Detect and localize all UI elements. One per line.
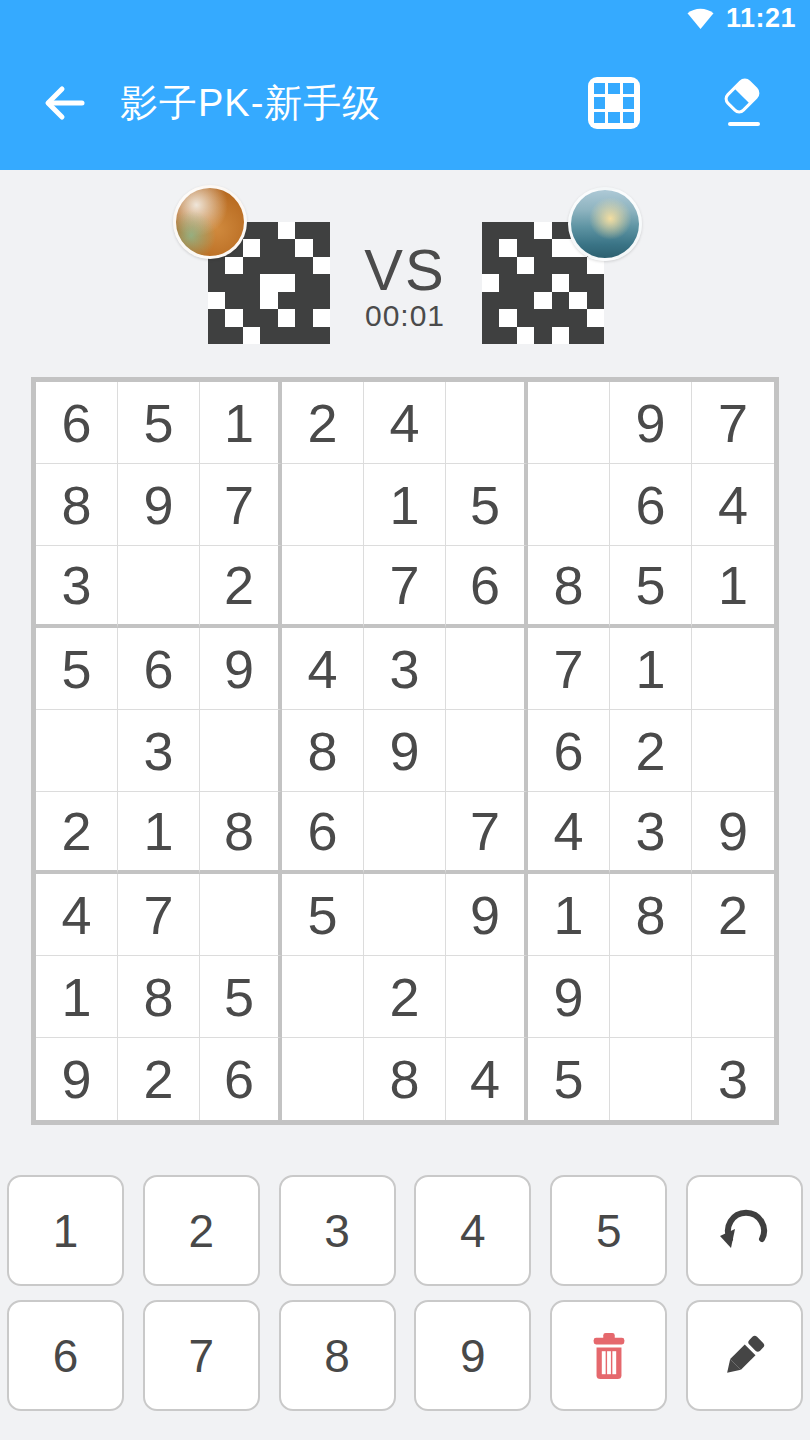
grid-cell [623,97,634,108]
sudoku-cell-r3c8[interactable]: 5 [610,546,692,628]
numpad-2-button[interactable]: 2 [143,1175,260,1286]
censored-pixel [499,222,516,239]
censored-pixel [517,239,534,256]
sudoku-cell-r4c3[interactable]: 9 [200,628,282,710]
undo-button[interactable] [686,1175,803,1286]
censored-pixel [243,239,260,256]
sudoku-cell-r7c9[interactable]: 2 [692,874,774,956]
censored-pixel [587,327,604,344]
censored-pixel [260,309,277,326]
sudoku-cell-r7c6[interactable]: 9 [446,874,528,956]
back-arrow-icon[interactable] [42,85,86,121]
censored-pixel [552,274,569,291]
grid-cell-filled [608,97,619,108]
censored-pixel [534,257,551,274]
censored-pixel [243,327,260,344]
sudoku-cell-r7c2[interactable]: 7 [118,874,200,956]
censored-pixel [295,239,312,256]
censored-pixel [243,257,260,274]
sudoku-cell-r5c4[interactable]: 8 [282,710,364,792]
sudoku-cell-r8c3[interactable]: 5 [200,956,282,1038]
censored-pixel [225,327,242,344]
censored-pixel [295,292,312,309]
sudoku-cell-r1c9[interactable]: 7 [692,382,774,464]
sudoku-cell-r6c7[interactable]: 4 [528,792,610,874]
sudoku-cell-r7c1[interactable]: 4 [36,874,118,956]
numpad-9-button[interactable]: 9 [414,1300,531,1411]
undo-arrow-icon [717,1207,771,1255]
censored-pixel [313,257,330,274]
censored-pixel [569,257,586,274]
grid-cell [608,83,619,94]
sudoku-cell-r2c7[interactable] [528,464,610,546]
vs-label: VS [364,241,445,299]
right-player-avatar[interactable] [568,187,642,261]
sudoku-cell-r3c3[interactable]: 2 [200,546,282,628]
censored-pixel [295,327,312,344]
sudoku-cell-r8c9[interactable] [692,956,774,1038]
censored-pixel [295,257,312,274]
censored-pixel [482,327,499,344]
sudoku-cell-r5c9[interactable] [692,710,774,792]
sudoku-cell-r4c7[interactable]: 7 [528,628,610,710]
censored-pixel [295,222,312,239]
numpad-5-button[interactable]: 5 [550,1175,667,1286]
censored-pixel [260,239,277,256]
sudoku-cell-r7c4[interactable]: 5 [282,874,364,956]
censored-pixel [569,327,586,344]
sudoku-cell-r4c5[interactable]: 3 [364,628,446,710]
sudoku-cell-r4c4[interactable]: 4 [282,628,364,710]
sudoku-cell-r6c2[interactable]: 1 [118,792,200,874]
censored-pixel [225,274,242,291]
numpad-row-1: 12345 [7,1175,803,1286]
censored-pixel [517,257,534,274]
censored-pixel [499,239,516,256]
sudoku-cell-r2c1[interactable]: 8 [36,464,118,546]
censored-pixel [208,292,225,309]
sudoku-cell-r9c3[interactable]: 6 [200,1038,282,1120]
sudoku-cell-r9c9[interactable]: 3 [692,1038,774,1120]
censored-pixel [499,292,516,309]
censored-pixel [295,309,312,326]
sudoku-cell-r9c4[interactable] [282,1038,364,1120]
numpad-8-button[interactable]: 8 [279,1300,396,1411]
grid-cell [594,112,605,123]
sudoku-cell-r7c7[interactable]: 1 [528,874,610,956]
censored-pixel [225,309,242,326]
sudoku-cell-r9c8[interactable] [610,1038,692,1120]
sudoku-cell-r6c9[interactable]: 9 [692,792,774,874]
grid-cell [594,83,605,94]
pencil-notes-button[interactable] [686,1300,803,1411]
censored-pixel [552,222,569,239]
censored-pixel [569,309,586,326]
sudoku-cell-r4c6[interactable] [446,628,528,710]
sudoku-cell-r9c2[interactable]: 2 [118,1038,200,1120]
sudoku-cell-r7c8[interactable]: 8 [610,874,692,956]
censored-pixel [517,292,534,309]
censored-pixel [482,309,499,326]
sudoku-cell-r4c9[interactable] [692,628,774,710]
sudoku-cell-r8c5[interactable]: 2 [364,956,446,1038]
censored-pixel [499,257,516,274]
censored-pixel [587,274,604,291]
censored-pixel [552,327,569,344]
censored-pixel [278,274,295,291]
sudoku-cell-r1c1[interactable]: 6 [36,382,118,464]
grid-cell [608,112,619,123]
sudoku-cell-r3c1[interactable]: 3 [36,546,118,628]
censored-pixel [534,274,551,291]
grid-view-button[interactable] [588,77,640,129]
censored-pixel [587,292,604,309]
sudoku-cell-r9c5[interactable]: 8 [364,1038,446,1120]
sudoku-cell-r2c3[interactable]: 7 [200,464,282,546]
censored-pixel [313,309,330,326]
censored-pixel [208,257,225,274]
sudoku-cell-r8c4[interactable] [282,956,364,1038]
censored-pixel [260,274,277,291]
sudoku-cell-r5c2[interactable]: 3 [118,710,200,792]
status-bar: 11:21 [0,0,810,36]
sudoku-cell-r5c6[interactable] [446,710,528,792]
censored-pixel [482,257,499,274]
numpad-7-button[interactable]: 7 [143,1300,260,1411]
censored-pixel [499,274,516,291]
censored-pixel [534,239,551,256]
numpad-1-button[interactable]: 1 [7,1175,124,1286]
censored-pixel [278,327,295,344]
sudoku-cell-r5c1[interactable] [36,710,118,792]
censored-pixel [260,292,277,309]
censored-pixel [534,292,551,309]
censored-pixel [499,309,516,326]
sudoku-board: 6512497897156432768515694371389622186743… [31,377,779,1125]
sudoku-cell-r7c5[interactable] [364,874,446,956]
censored-pixel [278,292,295,309]
sudoku-cell-r3c2[interactable] [118,546,200,628]
sudoku-cell-r8c8[interactable] [610,956,692,1038]
app-bar: 影子PK-新手级 [0,36,810,170]
censored-pixel [243,274,260,291]
censored-pixel [517,222,534,239]
censored-pixel [569,274,586,291]
number-pad: 12345 6789 [0,1175,810,1411]
page-title: 影子PK-新手级 [120,78,381,129]
pencil-icon [718,1330,770,1382]
clock-time: 11:21 [726,3,796,34]
sudoku-cell-r1c3[interactable]: 1 [200,382,282,464]
censored-pixel [482,222,499,239]
censored-pixel [243,309,260,326]
censored-pixel [313,239,330,256]
censored-pixel [587,309,604,326]
sudoku-cell-r1c2[interactable]: 5 [118,382,200,464]
sudoku-cell-r8c7[interactable]: 9 [528,956,610,1038]
censored-pixel [260,257,277,274]
sudoku-cell-r9c6[interactable]: 4 [446,1038,528,1120]
sudoku-cell-r3c7[interactable]: 8 [528,546,610,628]
censored-pixel [499,327,516,344]
sudoku-cell-r9c1[interactable]: 9 [36,1038,118,1120]
censored-pixel [552,239,569,256]
sudoku-cell-r3c4[interactable] [282,546,364,628]
wifi-icon [687,8,714,29]
censored-pixel [482,239,499,256]
censored-pixel [208,309,225,326]
versus-section: VS 00:01 [0,185,810,345]
censored-pixel [225,292,242,309]
sudoku-cell-r6c4[interactable]: 6 [282,792,364,874]
sudoku-cell-r4c2[interactable]: 6 [118,628,200,710]
match-timer: 00:01 [364,299,445,334]
grid-cell [594,97,605,108]
censored-pixel [552,292,569,309]
sudoku-cell-r2c6[interactable]: 5 [446,464,528,546]
sudoku-pk-screen: 11:21 影子PK-新手级 [0,0,810,1440]
censored-pixel [278,257,295,274]
numpad-row-2: 6789 [7,1300,803,1411]
numpad-4-button[interactable]: 4 [414,1175,531,1286]
sudoku-cell-r8c1[interactable]: 1 [36,956,118,1038]
delete-button[interactable] [550,1300,667,1411]
censored-pixel [260,222,277,239]
vs-block: VS 00:01 [364,241,445,334]
censored-pixel [313,222,330,239]
sudoku-cell-r4c1[interactable]: 5 [36,628,118,710]
censored-pixel [552,309,569,326]
eraser-button[interactable] [716,77,768,129]
censored-pixel [534,309,551,326]
sudoku-cell-r3c5[interactable]: 7 [364,546,446,628]
censored-pixel [552,257,569,274]
sudoku-cell-r2c9[interactable]: 4 [692,464,774,546]
sudoku-cell-r6c8[interactable]: 3 [610,792,692,874]
sudoku-cell-r3c9[interactable]: 1 [692,546,774,628]
censored-pixel [278,309,295,326]
censored-pixel [278,222,295,239]
censored-pixel [569,292,586,309]
sudoku-cell-r2c8[interactable]: 6 [610,464,692,546]
sudoku-cell-r5c7[interactable]: 6 [528,710,610,792]
censored-pixel [313,327,330,344]
censored-pixel [243,292,260,309]
sudoku-cell-r7c3[interactable] [200,874,282,956]
sudoku-cell-r2c5[interactable]: 1 [364,464,446,546]
sudoku-cell-r8c2[interactable]: 8 [118,956,200,1038]
censored-pixel [313,292,330,309]
censored-pixel [208,274,225,291]
censored-pixel [534,222,551,239]
trash-icon [586,1330,632,1382]
sudoku-cell-r9c7[interactable]: 5 [528,1038,610,1120]
sudoku-cell-r1c6[interactable] [446,382,528,464]
sudoku-cell-r8c6[interactable] [446,956,528,1038]
top-bar: 11:21 影子PK-新手级 [0,0,810,170]
numpad-3-button[interactable]: 3 [279,1175,396,1286]
sudoku-cell-r6c1[interactable]: 2 [36,792,118,874]
sudoku-cell-r5c5[interactable]: 9 [364,710,446,792]
sudoku-cell-r5c3[interactable] [200,710,282,792]
sudoku-cell-r1c4[interactable]: 2 [282,382,364,464]
grid-cell [623,83,634,94]
sudoku-cell-r6c5[interactable] [364,792,446,874]
censored-pixel [208,327,225,344]
sudoku-cell-r1c7[interactable] [528,382,610,464]
censored-pixel [517,327,534,344]
censored-pixel [313,274,330,291]
grid-cell [623,112,634,123]
sudoku-cell-r5c8[interactable]: 2 [610,710,692,792]
sudoku-cell-r1c5[interactable]: 4 [364,382,446,464]
sudoku-cell-r6c3[interactable]: 8 [200,792,282,874]
censored-pixel [278,239,295,256]
censored-pixel [482,274,499,291]
sudoku-cell-r4c8[interactable]: 1 [610,628,692,710]
sudoku-cell-r3c6[interactable]: 6 [446,546,528,628]
left-player-avatar[interactable] [173,185,247,259]
censored-pixel [517,309,534,326]
numpad-6-button[interactable]: 6 [7,1300,124,1411]
censored-pixel [482,292,499,309]
censored-pixel [534,327,551,344]
censored-pixel [225,257,242,274]
sudoku-cell-r2c2[interactable]: 9 [118,464,200,546]
sudoku-cell-r2c4[interactable] [282,464,364,546]
censored-pixel [295,274,312,291]
sudoku-cell-r6c6[interactable]: 7 [446,792,528,874]
censored-pixel [260,327,277,344]
censored-pixel [517,274,534,291]
sudoku-cell-r1c8[interactable]: 9 [610,382,692,464]
